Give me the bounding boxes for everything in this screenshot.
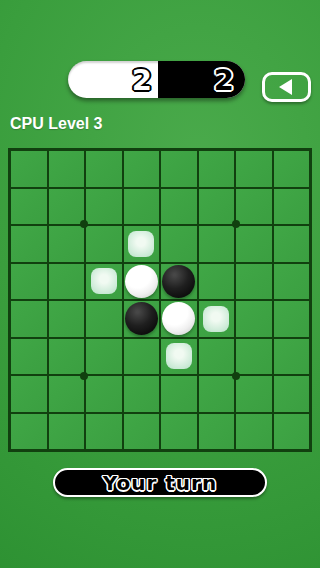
cell-b7[interactable]: [49, 376, 85, 412]
turn-banner-text: Your turn: [103, 473, 217, 493]
cell-b2[interactable]: [49, 189, 85, 225]
cell-a5[interactable]: [11, 301, 47, 337]
cell-e4[interactable]: [161, 264, 197, 300]
cell-b4[interactable]: [49, 264, 85, 300]
cell-h7[interactable]: [274, 376, 310, 412]
cell-g1[interactable]: [236, 151, 272, 187]
cell-g6[interactable]: [236, 339, 272, 375]
cell-d2[interactable]: [124, 189, 160, 225]
score-display: 2 2: [68, 61, 245, 98]
legal-move-hint: [203, 306, 229, 332]
cell-f3[interactable]: [199, 226, 235, 262]
cell-e6[interactable]: [161, 339, 197, 375]
cell-d1[interactable]: [124, 151, 160, 187]
back-arrow-icon: [279, 79, 292, 95]
cell-e2[interactable]: [161, 189, 197, 225]
cell-a2[interactable]: [11, 189, 47, 225]
cell-a8[interactable]: [11, 414, 47, 450]
cell-f2[interactable]: [199, 189, 235, 225]
cell-g3[interactable]: [236, 226, 272, 262]
cell-g5[interactable]: [236, 301, 272, 337]
back-button[interactable]: [262, 72, 311, 102]
cell-f8[interactable]: [199, 414, 235, 450]
cell-a7[interactable]: [11, 376, 47, 412]
turn-banner: Your turn: [53, 468, 267, 497]
cell-e8[interactable]: [161, 414, 197, 450]
cell-h1[interactable]: [274, 151, 310, 187]
cell-h3[interactable]: [274, 226, 310, 262]
cell-f4[interactable]: [199, 264, 235, 300]
cell-c8[interactable]: [86, 414, 122, 450]
cell-e1[interactable]: [161, 151, 197, 187]
cell-c7[interactable]: [86, 376, 122, 412]
cell-f7[interactable]: [199, 376, 235, 412]
cell-a6[interactable]: [11, 339, 47, 375]
cell-f1[interactable]: [199, 151, 235, 187]
cell-d7[interactable]: [124, 376, 160, 412]
cell-a1[interactable]: [11, 151, 47, 187]
star-point: [232, 220, 240, 228]
cell-a4[interactable]: [11, 264, 47, 300]
cell-a3[interactable]: [11, 226, 47, 262]
black-disc: [125, 302, 158, 335]
cell-h5[interactable]: [274, 301, 310, 337]
board: [8, 148, 312, 452]
cell-d3[interactable]: [124, 226, 160, 262]
cell-h6[interactable]: [274, 339, 310, 375]
cell-d6[interactable]: [124, 339, 160, 375]
cell-c3[interactable]: [86, 226, 122, 262]
cell-c5[interactable]: [86, 301, 122, 337]
cell-b5[interactable]: [49, 301, 85, 337]
cell-b1[interactable]: [49, 151, 85, 187]
black-score-value: 2: [214, 61, 234, 98]
cell-d5[interactable]: [124, 301, 160, 337]
star-point: [232, 372, 240, 380]
cell-g4[interactable]: [236, 264, 272, 300]
cell-b3[interactable]: [49, 226, 85, 262]
cell-h2[interactable]: [274, 189, 310, 225]
cell-e3[interactable]: [161, 226, 197, 262]
black-disc: [162, 265, 195, 298]
cell-c6[interactable]: [86, 339, 122, 375]
legal-move-hint: [128, 231, 154, 257]
cell-d4[interactable]: [124, 264, 160, 300]
cell-g7[interactable]: [236, 376, 272, 412]
white-disc: [125, 265, 158, 298]
cell-h8[interactable]: [274, 414, 310, 450]
cell-g2[interactable]: [236, 189, 272, 225]
cell-h4[interactable]: [274, 264, 310, 300]
legal-move-hint: [166, 343, 192, 369]
cell-e7[interactable]: [161, 376, 197, 412]
cell-f5[interactable]: [199, 301, 235, 337]
cell-f6[interactable]: [199, 339, 235, 375]
cell-c1[interactable]: [86, 151, 122, 187]
cell-c2[interactable]: [86, 189, 122, 225]
cell-d8[interactable]: [124, 414, 160, 450]
cell-e5[interactable]: [161, 301, 197, 337]
white-score-value: 2: [132, 61, 152, 98]
star-point: [80, 220, 88, 228]
legal-move-hint: [91, 268, 117, 294]
cpu-level-label: CPU Level 3: [10, 115, 102, 133]
cell-g8[interactable]: [236, 414, 272, 450]
cell-b8[interactable]: [49, 414, 85, 450]
cell-b6[interactable]: [49, 339, 85, 375]
star-point: [80, 372, 88, 380]
white-disc: [162, 302, 195, 335]
cell-c4[interactable]: [86, 264, 122, 300]
